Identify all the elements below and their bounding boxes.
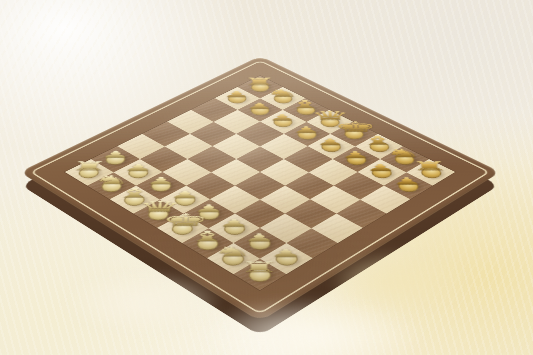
square-e3 — [210, 185, 260, 213]
pawn-glyph: ♟ — [311, 137, 350, 146]
knight-glyph: ♞ — [383, 148, 424, 160]
rook-glyph: ♜ — [408, 160, 450, 172]
pawn-glyph: ♟ — [264, 113, 302, 122]
pawn-glyph: ♟ — [188, 203, 230, 213]
chess-board: ♜♞♝♛♚♝♞♜♟♟♟♟♟♟♟♟♟♟♟♟♟♟♟♟♜♞♝♛♚♝♞♜ — [20, 56, 501, 322]
square-f2 — [209, 213, 260, 242]
piece-shadow — [244, 234, 282, 256]
pawn-glyph: ♟ — [117, 163, 158, 173]
piece-base-disc — [193, 235, 223, 253]
rook-glyph: ♜ — [68, 160, 110, 172]
pawn-glyph: ♟ — [241, 101, 279, 110]
square-f4 — [260, 185, 310, 213]
square-e2 — [184, 199, 235, 228]
rook-glyph: ♜ — [241, 77, 278, 87]
pawn-glyph: ♟ — [212, 218, 254, 229]
bishop-glyph: ♝ — [358, 135, 398, 147]
pawn-glyph: ♟ — [95, 150, 136, 159]
king-glyph: ♚ — [333, 120, 373, 134]
pawn-glyph: ♟ — [264, 247, 307, 258]
scene: ♜♞♝♛♚♝♞♜♟♟♟♟♟♟♟♟♟♟♟♟♟♟♟♟♜♞♝♛♚♝♞♜ — [0, 0, 533, 355]
piece-shadow — [192, 234, 230, 256]
pawn-glyph: ♟ — [287, 125, 326, 134]
square-f3 — [235, 199, 286, 228]
piece-base-disc — [194, 206, 223, 223]
pawn-glyph: ♟ — [335, 150, 375, 159]
pawn-glyph: ♟ — [360, 163, 401, 173]
square-e4 — [235, 172, 284, 199]
chess-set-photo: ♜♞♝♛♚♝♞♜♟♟♟♟♟♟♟♟♟♟♟♟♟♟♟♟♜♞♝♛♚♝♞♜ — [0, 0, 533, 355]
pawn-glyph: ♟ — [218, 90, 255, 98]
